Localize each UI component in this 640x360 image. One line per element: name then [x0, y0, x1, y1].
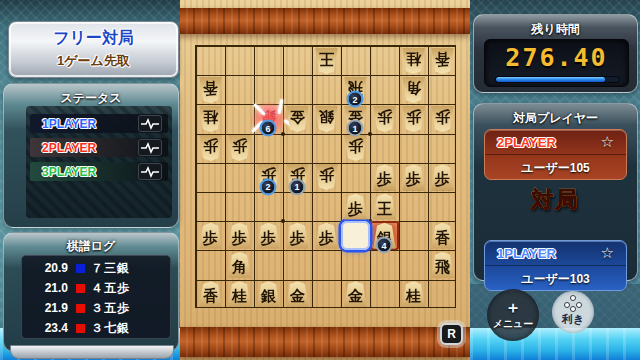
- status-row-1player: 1PLAYER: [30, 114, 168, 133]
- kiki-button-label: 利き: [562, 312, 584, 327]
- player-color-square: [76, 324, 85, 333]
- player-label: 1PLAYER: [42, 117, 138, 131]
- timer-progress-bar: [495, 76, 620, 83]
- versus-label: 対局: [474, 185, 637, 215]
- move-text: ３七銀: [91, 320, 130, 337]
- player-color-square: [76, 304, 85, 313]
- shogi-piece-gote[interactable]: 桂: [399, 46, 428, 75]
- shogi-piece-sente[interactable]: 金: [341, 280, 370, 309]
- status-row-3player: 3PLAYER: [30, 162, 168, 181]
- shogi-piece-sente[interactable]: 歩: [196, 221, 225, 250]
- kifu-log-title: 棋譜ログ: [4, 238, 178, 255]
- pulse-icon: [138, 139, 162, 156]
- timer-display: 276.40: [484, 39, 629, 87]
- match-players-panel: 対局プレイヤー 2PLAYER ☆ ユーザー105 対局 1PLAYER ☆ ユ…: [473, 103, 638, 281]
- kifu-log-list: 20.9７三銀21.0４五歩21.9３五歩23.4３七銀: [21, 255, 171, 339]
- shogi-board[interactable]: 王桂香香飛角桂銀金銀金歩歩歩歩歩歩歩歩歩歩歩歩歩王歩歩歩歩歩銀香角飛香桂銀金金桂…: [195, 45, 456, 308]
- star-icon: ☆: [601, 133, 614, 151]
- match-title-box: フリー対局 1ゲーム先取: [8, 21, 179, 78]
- move-time: 20.9: [22, 261, 68, 275]
- match-mode-title: フリー対局: [9, 28, 178, 49]
- kiki-count-badge: 2: [347, 91, 364, 108]
- shogi-piece-sente[interactable]: 桂: [399, 280, 428, 309]
- status-panel-title: ステータス: [4, 90, 178, 107]
- status-row-2player: 2PLAYER: [30, 138, 168, 157]
- player-2p-label: 2PLAYER: [497, 135, 601, 150]
- timer-progress-fill: [496, 77, 605, 82]
- kiki-count-badge: 4: [376, 237, 393, 254]
- shogi-piece-gote[interactable]: 角: [399, 75, 428, 104]
- move-time: 21.9: [22, 301, 68, 315]
- kifu-log-row: 21.9３五歩: [22, 298, 170, 318]
- shogi-piece-gote[interactable]: 歩: [341, 134, 370, 163]
- shogi-piece-gote[interactable]: 桂: [196, 104, 225, 133]
- table-bottom-rail: [178, 327, 470, 357]
- kifu-panel-footer: [10, 345, 174, 359]
- player-color-square: [76, 264, 85, 273]
- r-shoulder-button[interactable]: R: [440, 323, 463, 345]
- status-list: 1PLAYER2PLAYER3PLAYER: [26, 106, 172, 218]
- status-panel: ステータス 1PLAYER2PLAYER3PLAYER: [3, 83, 179, 228]
- shogi-piece-sente[interactable]: 銀: [254, 280, 283, 309]
- pulse-icon: [138, 115, 162, 132]
- plus-icon: ＋: [505, 300, 521, 316]
- shogi-piece-sente[interactable]: 歩: [428, 163, 457, 192]
- player-label: 3PLAYER: [42, 165, 138, 179]
- game-screen: 王桂香香飛角桂銀金銀金歩歩歩歩歩歩歩歩歩歩歩歩歩王歩歩歩歩歩銀香角飛香桂銀金金桂…: [0, 0, 640, 360]
- shogi-piece-gote[interactable]: 香: [428, 46, 457, 75]
- shogi-piece-sente[interactable]: 王: [370, 192, 399, 221]
- menu-button-label: メニュー: [493, 317, 534, 331]
- shogi-piece-gote[interactable]: 歩: [225, 134, 254, 163]
- shogi-piece-sente[interactable]: 角: [225, 250, 254, 279]
- kifu-log-panel: 棋譜ログ 20.9７三銀21.0４五歩21.9３五歩23.4３七銀: [3, 232, 179, 352]
- shogi-piece-gote[interactable]: 歩: [312, 163, 341, 192]
- shogi-piece-sente[interactable]: 歩: [399, 163, 428, 192]
- player-1p-username: ユーザー103: [485, 271, 626, 288]
- player-label: 2PLAYER: [42, 141, 138, 155]
- shogi-piece-gote[interactable]: 歩: [196, 134, 225, 163]
- shogi-piece-gote[interactable]: 香: [196, 75, 225, 104]
- move-text: ４五歩: [91, 280, 130, 297]
- shogi-piece-gote[interactable]: 歩: [370, 104, 399, 133]
- shogi-piece-sente[interactable]: 飛: [428, 250, 457, 279]
- move-text: ７三銀: [91, 260, 130, 277]
- player-2p-username: ユーザー105: [485, 160, 626, 177]
- shogi-piece-sente[interactable]: 歩: [283, 221, 312, 250]
- move-time: 23.4: [22, 321, 68, 335]
- shogi-piece-sente[interactable]: 歩: [370, 163, 399, 192]
- kiki-button[interactable]: 利き: [552, 291, 594, 333]
- shogi-piece-sente[interactable]: 歩: [312, 221, 341, 250]
- menu-button[interactable]: ＋ メニュー: [487, 289, 539, 341]
- shogi-piece-sente[interactable]: 香: [196, 280, 225, 309]
- player-color-square: [76, 284, 85, 293]
- match-players-title: 対局プレイヤー: [474, 110, 637, 127]
- four-dots-icon: [564, 298, 582, 312]
- player-card-2p[interactable]: 2PLAYER ☆ ユーザー105: [484, 129, 627, 180]
- timer-value: 276.40: [485, 43, 628, 72]
- kifu-log-row: 20.9７三銀: [22, 258, 170, 278]
- shogi-piece-sente[interactable]: 金: [283, 280, 312, 309]
- match-rule-subtitle: 1ゲーム先取: [9, 52, 178, 70]
- shogi-piece-gote[interactable]: 王: [312, 46, 341, 75]
- shogi-piece-sente[interactable]: 歩: [225, 221, 254, 250]
- kifu-log-row: 21.0４五歩: [22, 278, 170, 298]
- remaining-time-title: 残り時間: [474, 21, 637, 38]
- shogi-piece-gote[interactable]: 金: [283, 104, 312, 133]
- player-card-1p[interactable]: 1PLAYER ☆ ユーザー103: [484, 240, 627, 291]
- star-icon: ☆: [601, 244, 614, 262]
- shogi-piece-sente[interactable]: 歩: [341, 192, 370, 221]
- cursor-square[interactable]: [341, 221, 370, 250]
- shogi-piece-sente[interactable]: 歩: [254, 221, 283, 250]
- table-top-rail: [178, 8, 470, 34]
- shogi-piece-gote[interactable]: 歩: [428, 104, 457, 133]
- shogi-piece-gote[interactable]: 銀: [312, 104, 341, 133]
- kiki-count-badge: 6: [260, 120, 277, 137]
- kiki-count-badge: 1: [289, 178, 306, 195]
- move-time: 21.0: [22, 281, 68, 295]
- shogi-piece-sente[interactable]: 桂: [225, 280, 254, 309]
- remaining-time-panel: 残り時間 276.40: [473, 14, 638, 93]
- player-1p-label: 1PLAYER: [497, 246, 601, 261]
- shogi-piece-gote[interactable]: 歩: [399, 104, 428, 133]
- shogi-piece-sente[interactable]: 香: [428, 221, 457, 250]
- kiki-count-badge: 2: [260, 178, 277, 195]
- pulse-icon: [138, 163, 162, 180]
- move-text: ３五歩: [91, 300, 130, 317]
- kiki-count-badge: 1: [347, 120, 364, 137]
- kifu-log-row: 23.4３七銀: [22, 318, 170, 338]
